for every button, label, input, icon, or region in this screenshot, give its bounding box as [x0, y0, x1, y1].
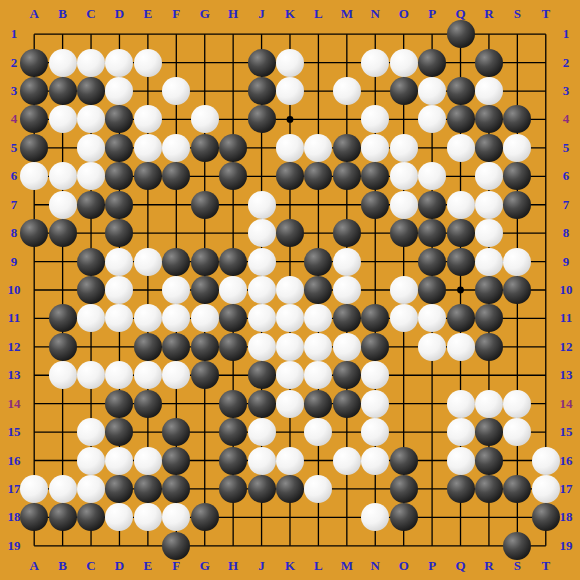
intersection-K10[interactable]	[276, 276, 304, 304]
intersection-L11[interactable]	[304, 304, 332, 332]
intersection-R9[interactable]	[475, 247, 503, 275]
intersection-H12[interactable]	[219, 333, 247, 361]
intersection-P13[interactable]	[418, 361, 446, 389]
intersection-F8[interactable]	[162, 219, 190, 247]
intersection-E8[interactable]	[134, 219, 162, 247]
intersection-Q13[interactable]	[446, 361, 474, 389]
intersection-N10[interactable]	[361, 276, 389, 304]
intersection-Q4[interactable]	[446, 105, 474, 133]
intersection-D2[interactable]	[105, 48, 133, 76]
intersection-A17[interactable]	[20, 475, 48, 503]
intersection-E13[interactable]	[134, 361, 162, 389]
intersection-D18[interactable]	[105, 503, 133, 531]
intersection-C5[interactable]	[77, 134, 105, 162]
intersection-K14[interactable]	[276, 389, 304, 417]
intersection-B18[interactable]	[48, 503, 76, 531]
intersection-A11[interactable]	[20, 304, 48, 332]
intersection-O17[interactable]	[389, 475, 417, 503]
intersection-E18[interactable]	[134, 503, 162, 531]
intersection-N8[interactable]	[361, 219, 389, 247]
intersection-S18[interactable]	[503, 503, 531, 531]
intersection-H14[interactable]	[219, 389, 247, 417]
intersection-D7[interactable]	[105, 191, 133, 219]
intersection-M9[interactable]	[333, 247, 361, 275]
intersection-B10[interactable]	[48, 276, 76, 304]
intersection-O15[interactable]	[389, 418, 417, 446]
intersection-B8[interactable]	[48, 219, 76, 247]
intersection-E3[interactable]	[134, 77, 162, 105]
intersection-P6[interactable]	[418, 162, 446, 190]
intersection-D3[interactable]	[105, 77, 133, 105]
intersection-N12[interactable]	[361, 333, 389, 361]
intersection-A2[interactable]	[20, 48, 48, 76]
intersection-J10[interactable]	[247, 276, 275, 304]
intersection-B19[interactable]	[48, 532, 76, 560]
intersection-K19[interactable]	[276, 532, 304, 560]
intersection-O8[interactable]	[389, 219, 417, 247]
intersection-Q11[interactable]	[446, 304, 474, 332]
intersection-Q5[interactable]	[446, 134, 474, 162]
intersection-F9[interactable]	[162, 247, 190, 275]
intersection-P2[interactable]	[418, 48, 446, 76]
intersection-Q9[interactable]	[446, 247, 474, 275]
intersection-O4[interactable]	[389, 105, 417, 133]
intersection-B15[interactable]	[48, 418, 76, 446]
intersection-K3[interactable]	[276, 77, 304, 105]
intersection-E4[interactable]	[134, 105, 162, 133]
intersection-A8[interactable]	[20, 219, 48, 247]
intersection-D1[interactable]	[105, 20, 133, 48]
intersection-N17[interactable]	[361, 475, 389, 503]
intersection-L4[interactable]	[304, 105, 332, 133]
intersection-F10[interactable]	[162, 276, 190, 304]
intersection-F7[interactable]	[162, 191, 190, 219]
intersection-D10[interactable]	[105, 276, 133, 304]
intersection-D19[interactable]	[105, 532, 133, 560]
intersection-N4[interactable]	[361, 105, 389, 133]
intersection-T8[interactable]	[532, 219, 560, 247]
intersection-H19[interactable]	[219, 532, 247, 560]
intersection-C7[interactable]	[77, 191, 105, 219]
intersection-Q15[interactable]	[446, 418, 474, 446]
intersection-H1[interactable]	[219, 20, 247, 48]
intersection-Q12[interactable]	[446, 333, 474, 361]
intersection-T6[interactable]	[532, 162, 560, 190]
intersection-S17[interactable]	[503, 475, 531, 503]
intersection-D13[interactable]	[105, 361, 133, 389]
intersection-B7[interactable]	[48, 191, 76, 219]
intersection-B9[interactable]	[48, 247, 76, 275]
intersection-A7[interactable]	[20, 191, 48, 219]
intersection-G8[interactable]	[191, 219, 219, 247]
intersection-J19[interactable]	[247, 532, 275, 560]
intersection-A16[interactable]	[20, 446, 48, 474]
intersection-A14[interactable]	[20, 389, 48, 417]
intersection-D6[interactable]	[105, 162, 133, 190]
intersection-B4[interactable]	[48, 105, 76, 133]
intersection-R19[interactable]	[475, 532, 503, 560]
intersection-O13[interactable]	[389, 361, 417, 389]
intersection-J4[interactable]	[247, 105, 275, 133]
intersection-L13[interactable]	[304, 361, 332, 389]
intersection-K15[interactable]	[276, 418, 304, 446]
intersection-C11[interactable]	[77, 304, 105, 332]
intersection-L8[interactable]	[304, 219, 332, 247]
intersection-P11[interactable]	[418, 304, 446, 332]
intersection-E19[interactable]	[134, 532, 162, 560]
intersection-C4[interactable]	[77, 105, 105, 133]
intersection-R5[interactable]	[475, 134, 503, 162]
intersection-N14[interactable]	[361, 389, 389, 417]
intersection-R7[interactable]	[475, 191, 503, 219]
intersection-S11[interactable]	[503, 304, 531, 332]
intersection-J12[interactable]	[247, 333, 275, 361]
intersection-R18[interactable]	[475, 503, 503, 531]
intersection-G5[interactable]	[191, 134, 219, 162]
intersection-L15[interactable]	[304, 418, 332, 446]
intersection-K16[interactable]	[276, 446, 304, 474]
intersection-O14[interactable]	[389, 389, 417, 417]
intersection-S14[interactable]	[503, 389, 531, 417]
intersection-S1[interactable]	[503, 20, 531, 48]
intersection-K6[interactable]	[276, 162, 304, 190]
intersection-A6[interactable]	[20, 162, 48, 190]
intersection-D15[interactable]	[105, 418, 133, 446]
intersection-F13[interactable]	[162, 361, 190, 389]
intersection-R15[interactable]	[475, 418, 503, 446]
intersection-K17[interactable]	[276, 475, 304, 503]
intersection-B11[interactable]	[48, 304, 76, 332]
intersection-J11[interactable]	[247, 304, 275, 332]
intersection-T15[interactable]	[532, 418, 560, 446]
intersection-S3[interactable]	[503, 77, 531, 105]
intersection-L5[interactable]	[304, 134, 332, 162]
intersection-H2[interactable]	[219, 48, 247, 76]
intersection-R4[interactable]	[475, 105, 503, 133]
intersection-K7[interactable]	[276, 191, 304, 219]
intersection-T3[interactable]	[532, 77, 560, 105]
intersection-J9[interactable]	[247, 247, 275, 275]
intersection-J1[interactable]	[247, 20, 275, 48]
intersection-E9[interactable]	[134, 247, 162, 275]
intersection-T4[interactable]	[532, 105, 560, 133]
intersection-D4[interactable]	[105, 105, 133, 133]
intersection-A5[interactable]	[20, 134, 48, 162]
intersection-N19[interactable]	[361, 532, 389, 560]
intersection-G11[interactable]	[191, 304, 219, 332]
intersection-H7[interactable]	[219, 191, 247, 219]
intersection-B12[interactable]	[48, 333, 76, 361]
intersection-O10[interactable]	[389, 276, 417, 304]
intersection-H16[interactable]	[219, 446, 247, 474]
intersection-R6[interactable]	[475, 162, 503, 190]
intersection-J5[interactable]	[247, 134, 275, 162]
intersection-F16[interactable]	[162, 446, 190, 474]
intersection-H13[interactable]	[219, 361, 247, 389]
intersection-G6[interactable]	[191, 162, 219, 190]
intersection-B17[interactable]	[48, 475, 76, 503]
intersection-S13[interactable]	[503, 361, 531, 389]
intersection-R11[interactable]	[475, 304, 503, 332]
intersection-N11[interactable]	[361, 304, 389, 332]
intersection-G4[interactable]	[191, 105, 219, 133]
intersection-N9[interactable]	[361, 247, 389, 275]
intersection-F5[interactable]	[162, 134, 190, 162]
intersection-Q3[interactable]	[446, 77, 474, 105]
intersection-N16[interactable]	[361, 446, 389, 474]
intersection-O16[interactable]	[389, 446, 417, 474]
intersection-H18[interactable]	[219, 503, 247, 531]
intersection-P17[interactable]	[418, 475, 446, 503]
intersection-T10[interactable]	[532, 276, 560, 304]
intersection-G16[interactable]	[191, 446, 219, 474]
intersection-P16[interactable]	[418, 446, 446, 474]
intersection-S16[interactable]	[503, 446, 531, 474]
intersection-F3[interactable]	[162, 77, 190, 105]
intersection-O12[interactable]	[389, 333, 417, 361]
intersection-O3[interactable]	[389, 77, 417, 105]
intersection-L7[interactable]	[304, 191, 332, 219]
intersection-B2[interactable]	[48, 48, 76, 76]
intersection-K5[interactable]	[276, 134, 304, 162]
intersection-O1[interactable]	[389, 20, 417, 48]
intersection-A3[interactable]	[20, 77, 48, 105]
intersection-P19[interactable]	[418, 532, 446, 560]
intersection-M19[interactable]	[333, 532, 361, 560]
intersection-N5[interactable]	[361, 134, 389, 162]
intersection-C12[interactable]	[77, 333, 105, 361]
intersection-B13[interactable]	[48, 361, 76, 389]
intersection-C2[interactable]	[77, 48, 105, 76]
intersection-C9[interactable]	[77, 247, 105, 275]
intersection-S4[interactable]	[503, 105, 531, 133]
intersection-S8[interactable]	[503, 219, 531, 247]
intersection-H6[interactable]	[219, 162, 247, 190]
intersection-Q7[interactable]	[446, 191, 474, 219]
intersection-J15[interactable]	[247, 418, 275, 446]
intersection-M18[interactable]	[333, 503, 361, 531]
intersection-Q18[interactable]	[446, 503, 474, 531]
intersection-A10[interactable]	[20, 276, 48, 304]
intersection-C13[interactable]	[77, 361, 105, 389]
intersection-E7[interactable]	[134, 191, 162, 219]
intersection-Q1[interactable]	[446, 20, 474, 48]
intersection-N15[interactable]	[361, 418, 389, 446]
intersection-L18[interactable]	[304, 503, 332, 531]
intersection-J17[interactable]	[247, 475, 275, 503]
intersection-P15[interactable]	[418, 418, 446, 446]
intersection-M5[interactable]	[333, 134, 361, 162]
intersection-M8[interactable]	[333, 219, 361, 247]
intersection-E14[interactable]	[134, 389, 162, 417]
intersection-A12[interactable]	[20, 333, 48, 361]
intersection-G7[interactable]	[191, 191, 219, 219]
intersection-Q2[interactable]	[446, 48, 474, 76]
intersection-G13[interactable]	[191, 361, 219, 389]
intersection-L2[interactable]	[304, 48, 332, 76]
intersection-C8[interactable]	[77, 219, 105, 247]
intersection-T18[interactable]	[532, 503, 560, 531]
intersection-F17[interactable]	[162, 475, 190, 503]
intersection-G14[interactable]	[191, 389, 219, 417]
intersection-T1[interactable]	[532, 20, 560, 48]
intersection-C1[interactable]	[77, 20, 105, 48]
intersection-D17[interactable]	[105, 475, 133, 503]
intersection-L3[interactable]	[304, 77, 332, 105]
intersection-P7[interactable]	[418, 191, 446, 219]
intersection-E1[interactable]	[134, 20, 162, 48]
intersection-L12[interactable]	[304, 333, 332, 361]
intersection-D14[interactable]	[105, 389, 133, 417]
intersection-L16[interactable]	[304, 446, 332, 474]
intersection-F6[interactable]	[162, 162, 190, 190]
intersection-D12[interactable]	[105, 333, 133, 361]
intersection-T7[interactable]	[532, 191, 560, 219]
intersection-T19[interactable]	[532, 532, 560, 560]
intersection-A9[interactable]	[20, 247, 48, 275]
intersection-R8[interactable]	[475, 219, 503, 247]
intersection-C17[interactable]	[77, 475, 105, 503]
intersection-T12[interactable]	[532, 333, 560, 361]
intersection-N13[interactable]	[361, 361, 389, 389]
intersection-B5[interactable]	[48, 134, 76, 162]
intersection-E2[interactable]	[134, 48, 162, 76]
intersection-B1[interactable]	[48, 20, 76, 48]
intersection-M11[interactable]	[333, 304, 361, 332]
intersection-T16[interactable]	[532, 446, 560, 474]
intersection-M1[interactable]	[333, 20, 361, 48]
intersection-G18[interactable]	[191, 503, 219, 531]
intersection-K1[interactable]	[276, 20, 304, 48]
intersection-R2[interactable]	[475, 48, 503, 76]
intersection-J8[interactable]	[247, 219, 275, 247]
intersection-S6[interactable]	[503, 162, 531, 190]
intersection-K9[interactable]	[276, 247, 304, 275]
intersection-O6[interactable]	[389, 162, 417, 190]
intersection-P3[interactable]	[418, 77, 446, 105]
intersection-G15[interactable]	[191, 418, 219, 446]
intersection-B6[interactable]	[48, 162, 76, 190]
intersection-H3[interactable]	[219, 77, 247, 105]
intersection-J16[interactable]	[247, 446, 275, 474]
intersection-E17[interactable]	[134, 475, 162, 503]
intersection-F1[interactable]	[162, 20, 190, 48]
intersection-N18[interactable]	[361, 503, 389, 531]
intersection-H15[interactable]	[219, 418, 247, 446]
intersection-D8[interactable]	[105, 219, 133, 247]
intersection-M12[interactable]	[333, 333, 361, 361]
intersection-L1[interactable]	[304, 20, 332, 48]
intersection-C6[interactable]	[77, 162, 105, 190]
intersection-E15[interactable]	[134, 418, 162, 446]
intersection-R3[interactable]	[475, 77, 503, 105]
intersection-G9[interactable]	[191, 247, 219, 275]
intersection-R14[interactable]	[475, 389, 503, 417]
intersection-J13[interactable]	[247, 361, 275, 389]
intersection-M10[interactable]	[333, 276, 361, 304]
intersection-G3[interactable]	[191, 77, 219, 105]
intersection-F14[interactable]	[162, 389, 190, 417]
intersection-K2[interactable]	[276, 48, 304, 76]
intersection-B14[interactable]	[48, 389, 76, 417]
intersection-Q8[interactable]	[446, 219, 474, 247]
intersection-J14[interactable]	[247, 389, 275, 417]
intersection-A18[interactable]	[20, 503, 48, 531]
intersection-O2[interactable]	[389, 48, 417, 76]
intersection-R1[interactable]	[475, 20, 503, 48]
intersection-L19[interactable]	[304, 532, 332, 560]
intersection-G1[interactable]	[191, 20, 219, 48]
intersection-D5[interactable]	[105, 134, 133, 162]
intersection-M4[interactable]	[333, 105, 361, 133]
intersection-T11[interactable]	[532, 304, 560, 332]
intersection-M7[interactable]	[333, 191, 361, 219]
intersection-E16[interactable]	[134, 446, 162, 474]
intersection-K12[interactable]	[276, 333, 304, 361]
intersection-M13[interactable]	[333, 361, 361, 389]
intersection-L6[interactable]	[304, 162, 332, 190]
intersection-L10[interactable]	[304, 276, 332, 304]
intersection-K18[interactable]	[276, 503, 304, 531]
intersection-D16[interactable]	[105, 446, 133, 474]
intersection-F19[interactable]	[162, 532, 190, 560]
intersection-Q16[interactable]	[446, 446, 474, 474]
intersection-L9[interactable]	[304, 247, 332, 275]
intersection-B16[interactable]	[48, 446, 76, 474]
intersection-S7[interactable]	[503, 191, 531, 219]
intersection-N6[interactable]	[361, 162, 389, 190]
intersection-G17[interactable]	[191, 475, 219, 503]
intersection-F12[interactable]	[162, 333, 190, 361]
intersection-C10[interactable]	[77, 276, 105, 304]
intersection-G10[interactable]	[191, 276, 219, 304]
intersection-R13[interactable]	[475, 361, 503, 389]
intersection-P9[interactable]	[418, 247, 446, 275]
intersection-P1[interactable]	[418, 20, 446, 48]
intersection-P8[interactable]	[418, 219, 446, 247]
intersection-E10[interactable]	[134, 276, 162, 304]
intersection-C16[interactable]	[77, 446, 105, 474]
intersection-E12[interactable]	[134, 333, 162, 361]
intersection-O7[interactable]	[389, 191, 417, 219]
intersection-H9[interactable]	[219, 247, 247, 275]
intersection-S9[interactable]	[503, 247, 531, 275]
intersection-N7[interactable]	[361, 191, 389, 219]
intersection-O19[interactable]	[389, 532, 417, 560]
intersection-M6[interactable]	[333, 162, 361, 190]
intersection-T5[interactable]	[532, 134, 560, 162]
intersection-M15[interactable]	[333, 418, 361, 446]
intersection-J7[interactable]	[247, 191, 275, 219]
intersection-F11[interactable]	[162, 304, 190, 332]
intersection-Q10[interactable]	[446, 276, 474, 304]
intersection-D11[interactable]	[105, 304, 133, 332]
intersection-O18[interactable]	[389, 503, 417, 531]
intersection-S15[interactable]	[503, 418, 531, 446]
intersection-M16[interactable]	[333, 446, 361, 474]
intersection-T9[interactable]	[532, 247, 560, 275]
intersection-P14[interactable]	[418, 389, 446, 417]
intersection-F4[interactable]	[162, 105, 190, 133]
intersection-O9[interactable]	[389, 247, 417, 275]
intersection-S2[interactable]	[503, 48, 531, 76]
intersection-L14[interactable]	[304, 389, 332, 417]
intersection-P12[interactable]	[418, 333, 446, 361]
intersection-H11[interactable]	[219, 304, 247, 332]
intersection-R12[interactable]	[475, 333, 503, 361]
intersection-E5[interactable]	[134, 134, 162, 162]
intersection-R16[interactable]	[475, 446, 503, 474]
